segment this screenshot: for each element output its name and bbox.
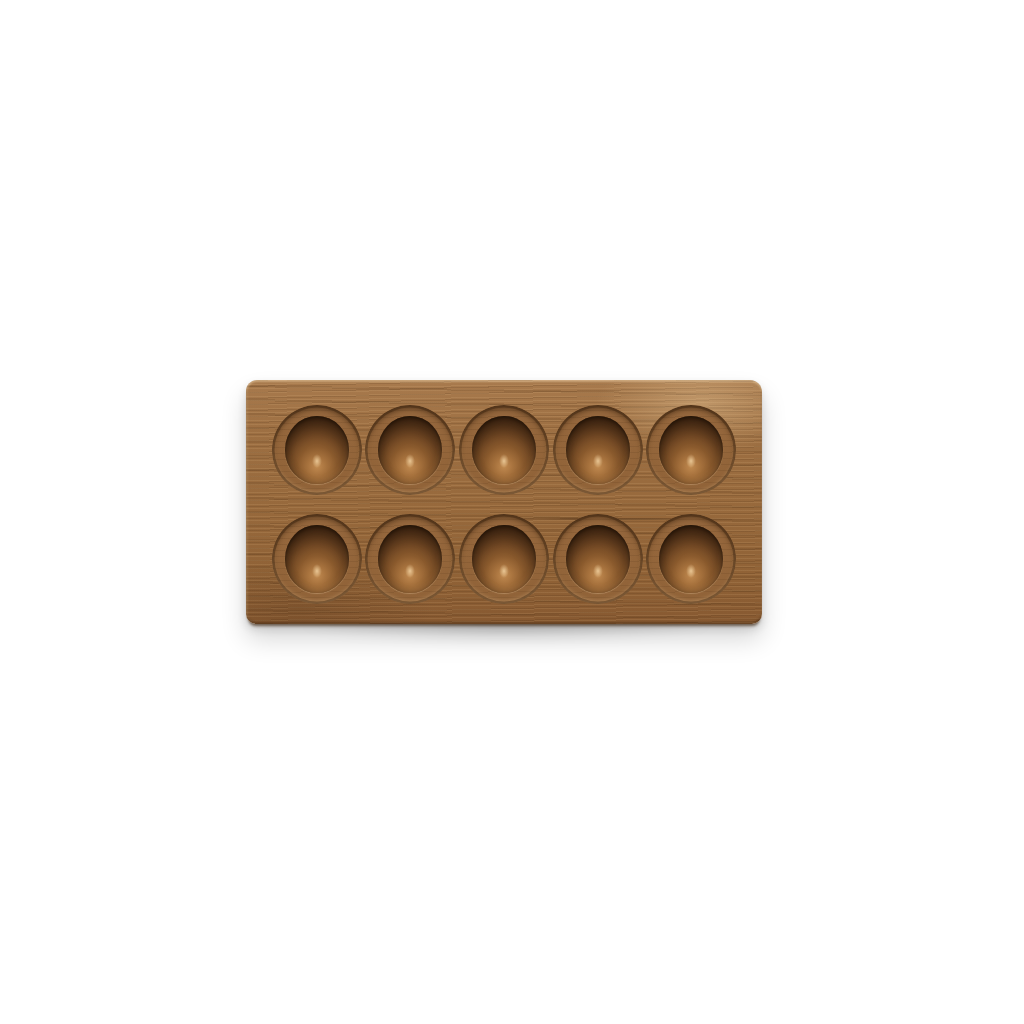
cell-r2-c4 — [551, 505, 645, 615]
cell-r1-c1 — [270, 395, 364, 505]
pit-r1-c5[interactable] — [646, 405, 736, 495]
cell-r1-c5 — [644, 395, 738, 505]
pit-bowl — [285, 416, 349, 484]
pit-r2-c2[interactable] — [365, 514, 455, 604]
pit-r1-c3[interactable] — [459, 405, 549, 495]
pit-bowl — [659, 416, 723, 484]
pit-bowl — [472, 525, 536, 593]
pit-r2-c1[interactable] — [272, 514, 362, 604]
pit-r2-c3[interactable] — [459, 514, 549, 604]
cell-r1-c4 — [551, 395, 645, 505]
cell-r2-c5 — [644, 505, 738, 615]
cell-r2-c2 — [364, 505, 458, 615]
pit-bowl — [566, 416, 630, 484]
pit-r1-c1[interactable] — [272, 405, 362, 495]
mancala-board — [246, 380, 762, 624]
pit-r2-c4[interactable] — [553, 514, 643, 604]
cell-r2-c3 — [457, 505, 551, 615]
pit-r1-c2[interactable] — [365, 405, 455, 495]
product-photo-scene — [0, 0, 1024, 1024]
pit-bowl — [472, 416, 536, 484]
pit-r1-c4[interactable] — [553, 405, 643, 495]
cell-r1-c2 — [364, 395, 458, 505]
pit-bowl — [285, 525, 349, 593]
pit-bowl — [659, 525, 723, 593]
pit-r2-c5[interactable] — [646, 514, 736, 604]
pit-bowl — [566, 525, 630, 593]
cell-r2-c1 — [270, 505, 364, 615]
pit-bowl — [378, 416, 442, 484]
pit-grid — [270, 395, 738, 614]
cell-r1-c3 — [457, 395, 551, 505]
pit-bowl — [378, 525, 442, 593]
